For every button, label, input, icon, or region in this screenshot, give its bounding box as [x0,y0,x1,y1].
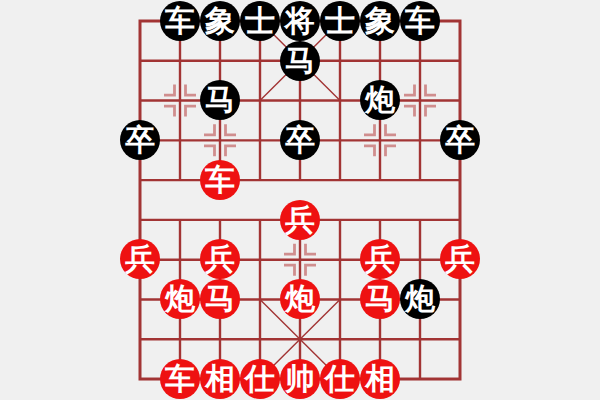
red-advisor[interactable]: 仕 [320,359,360,399]
point-0-0[interactable] [120,1,160,41]
point-4-5[interactable]: 兵 [280,200,320,240]
red-elephant[interactable]: 相 [200,359,240,399]
point-0-9[interactable] [120,359,160,399]
point-2-9[interactable]: 相 [200,359,240,399]
point-3-8[interactable] [240,319,280,359]
point-8-0[interactable] [440,1,480,41]
black-elephant[interactable]: 象 [360,1,400,41]
point-3-3[interactable] [240,120,280,160]
point-5-6[interactable] [320,240,360,280]
red-horse[interactable]: 马 [360,279,400,319]
point-1-6[interactable] [160,240,200,280]
point-3-6[interactable] [240,240,280,280]
point-7-6[interactable] [400,240,440,280]
point-5-0[interactable]: 士 [320,1,360,41]
point-5-3[interactable] [320,120,360,160]
point-4-7[interactable]: 炮 [280,279,320,319]
point-6-8[interactable] [360,319,400,359]
black-advisor[interactable]: 士 [320,1,360,41]
red-horse[interactable]: 马 [200,279,240,319]
point-7-7[interactable]: 炮 [400,279,440,319]
point-1-1[interactable] [160,41,200,81]
red-cannon[interactable]: 炮 [160,279,200,319]
point-1-9[interactable]: 车 [160,359,200,399]
point-8-2[interactable] [440,81,480,121]
black-soldier[interactable]: 卒 [120,120,160,160]
point-3-5[interactable] [240,200,280,240]
point-1-3[interactable] [160,120,200,160]
point-6-6[interactable]: 兵 [360,240,400,280]
point-4-4[interactable] [280,160,320,200]
point-2-3[interactable] [200,120,240,160]
point-5-4[interactable] [320,160,360,200]
point-6-2[interactable]: 炮 [360,81,400,121]
point-1-4[interactable] [160,160,200,200]
black-horse[interactable]: 马 [280,41,320,81]
red-soldier[interactable]: 兵 [360,239,400,279]
point-7-3[interactable] [400,120,440,160]
black-chariot[interactable]: 车 [160,1,200,41]
red-chariot[interactable]: 车 [200,160,240,200]
point-3-0[interactable]: 士 [240,1,280,41]
point-5-7[interactable] [320,279,360,319]
red-soldier[interactable]: 兵 [120,239,160,279]
black-chariot[interactable]: 车 [400,1,440,41]
point-7-4[interactable] [400,160,440,200]
point-0-2[interactable] [120,81,160,121]
point-7-5[interactable] [400,200,440,240]
black-elephant[interactable]: 象 [200,1,240,41]
point-0-3[interactable]: 卒 [120,120,160,160]
point-3-2[interactable] [240,81,280,121]
point-8-4[interactable] [440,160,480,200]
point-4-0[interactable]: 将 [280,1,320,41]
point-0-5[interactable] [120,200,160,240]
black-soldier[interactable]: 卒 [440,120,480,160]
point-3-7[interactable] [240,279,280,319]
point-4-3[interactable]: 卒 [280,120,320,160]
point-3-1[interactable] [240,41,280,81]
xiangqi-board: 车象士将士象车马马炮卒卒卒车兵兵兵兵兵炮马炮马炮车相仕帅仕相 [0,0,600,400]
point-6-0[interactable]: 象 [360,1,400,41]
point-4-2[interactable] [280,81,320,121]
red-elephant[interactable]: 相 [360,359,400,399]
point-5-5[interactable] [320,200,360,240]
point-2-0[interactable]: 象 [200,1,240,41]
point-6-7[interactable]: 马 [360,279,400,319]
red-soldier[interactable]: 兵 [200,239,240,279]
point-8-6[interactable]: 兵 [440,240,480,280]
black-soldier[interactable]: 卒 [280,120,320,160]
point-6-4[interactable] [360,160,400,200]
point-4-8[interactable] [280,319,320,359]
point-2-5[interactable] [200,200,240,240]
point-0-1[interactable] [120,41,160,81]
point-2-6[interactable]: 兵 [200,240,240,280]
point-8-1[interactable] [440,41,480,81]
red-soldier[interactable]: 兵 [440,239,480,279]
point-7-1[interactable] [400,41,440,81]
black-general[interactable]: 将 [280,1,320,41]
point-5-9[interactable]: 仕 [320,359,360,399]
point-6-1[interactable] [360,41,400,81]
point-1-0[interactable]: 车 [160,1,200,41]
red-cannon[interactable]: 炮 [280,279,320,319]
point-2-8[interactable] [200,319,240,359]
point-2-7[interactable]: 马 [200,279,240,319]
point-1-5[interactable] [160,200,200,240]
black-cannon[interactable]: 炮 [360,80,400,120]
point-7-0[interactable]: 车 [400,1,440,41]
point-7-2[interactable] [400,81,440,121]
point-8-8[interactable] [440,319,480,359]
point-7-8[interactable] [400,319,440,359]
point-4-6[interactable] [280,240,320,280]
point-5-2[interactable] [320,81,360,121]
point-0-8[interactable] [120,319,160,359]
point-8-3[interactable]: 卒 [440,120,480,160]
point-4-9[interactable]: 帅 [280,359,320,399]
point-8-9[interactable] [440,359,480,399]
point-1-2[interactable] [160,81,200,121]
point-1-7[interactable]: 炮 [160,279,200,319]
red-general[interactable]: 帅 [280,359,320,399]
point-6-5[interactable] [360,200,400,240]
point-3-4[interactable] [240,160,280,200]
point-0-7[interactable] [120,279,160,319]
point-8-5[interactable] [440,200,480,240]
red-advisor[interactable]: 仕 [240,359,280,399]
point-5-8[interactable] [320,319,360,359]
point-6-3[interactable] [360,120,400,160]
point-6-9[interactable]: 相 [360,359,400,399]
point-2-4[interactable]: 车 [200,160,240,200]
black-advisor[interactable]: 士 [240,1,280,41]
point-8-7[interactable] [440,279,480,319]
point-4-1[interactable]: 马 [280,41,320,81]
point-5-1[interactable] [320,41,360,81]
point-3-9[interactable]: 仕 [240,359,280,399]
point-1-8[interactable] [160,319,200,359]
point-2-1[interactable] [200,41,240,81]
point-0-6[interactable]: 兵 [120,240,160,280]
black-horse[interactable]: 马 [200,80,240,120]
point-7-9[interactable] [400,359,440,399]
board-grid: 车象士将士象车马马炮卒卒卒车兵兵兵兵兵炮马炮马炮车相仕帅仕相 [120,1,480,399]
point-2-2[interactable]: 马 [200,81,240,121]
black-cannon[interactable]: 炮 [400,279,440,319]
point-0-4[interactable] [120,160,160,200]
red-soldier[interactable]: 兵 [280,200,320,240]
red-chariot[interactable]: 车 [160,359,200,399]
